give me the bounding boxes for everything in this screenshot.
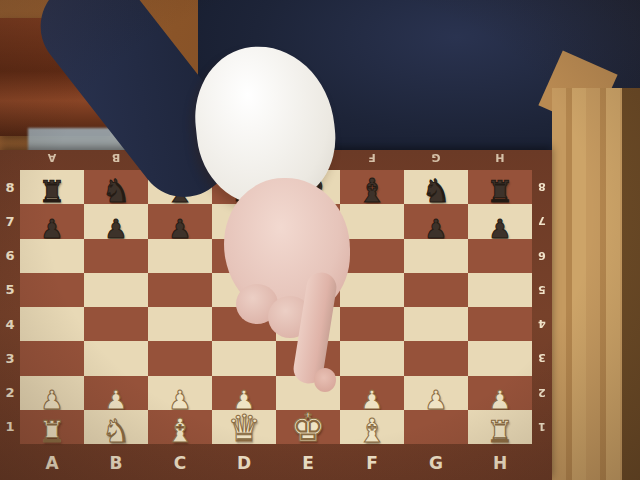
square-a1[interactable]: ♜	[20, 410, 84, 444]
square-a8[interactable]: ♜	[20, 170, 84, 204]
square-b7[interactable]: ♟	[84, 204, 148, 238]
piece-white-king-e1[interactable]: ♚	[276, 408, 340, 447]
square-a2[interactable]: ♟	[20, 376, 84, 410]
file-label-g: G	[404, 446, 468, 480]
rank-label-left-2: 2	[0, 376, 20, 410]
square-c1[interactable]: ♝	[148, 410, 212, 444]
file-label-c: C	[148, 446, 212, 480]
square-f2[interactable]: ♟	[340, 376, 404, 410]
square-f8[interactable]: ♝	[340, 170, 404, 204]
square-b1[interactable]: ♞	[84, 410, 148, 444]
square-f4[interactable]	[340, 307, 404, 341]
file-label-d: D	[212, 446, 276, 480]
square-d1[interactable]: ♛	[212, 410, 276, 444]
piece-white-bishop-c1[interactable]: ♝	[148, 414, 212, 447]
square-b8[interactable]: ♞	[84, 170, 148, 204]
file-labels-bottom: ABCDEFGH	[20, 446, 532, 480]
square-a5[interactable]	[20, 273, 84, 307]
square-h2[interactable]: ♟	[468, 376, 532, 410]
right-wood-plank-edge	[622, 88, 640, 480]
square-f7[interactable]	[340, 204, 404, 238]
square-a6[interactable]	[20, 239, 84, 273]
file-label-top-f: F	[340, 148, 404, 168]
square-f5[interactable]	[340, 273, 404, 307]
file-label-f: F	[340, 446, 404, 480]
square-g6[interactable]	[404, 239, 468, 273]
piece-white-queen-d1[interactable]: ♛	[212, 410, 276, 447]
piece-white-rook-a1[interactable]: ♜	[20, 417, 84, 447]
square-g5[interactable]	[404, 273, 468, 307]
rank-label-right-6: 6	[532, 239, 552, 273]
square-g8[interactable]: ♞	[404, 170, 468, 204]
file-label-a: A	[20, 446, 84, 480]
square-h1[interactable]: ♜	[468, 410, 532, 444]
rank-label-right-2: 2	[532, 376, 552, 410]
file-label-top-a: A	[20, 148, 84, 168]
square-h3[interactable]	[468, 341, 532, 375]
square-g1[interactable]	[404, 410, 468, 444]
square-c6[interactable]	[148, 239, 212, 273]
rank-labels-left: 87654321	[0, 170, 20, 444]
rank-label-left-1: 1	[0, 410, 20, 444]
piece-white-bishop-f1[interactable]: ♝	[340, 414, 404, 447]
rank-label-left-4: 4	[0, 307, 20, 341]
rank-label-right-8: 8	[532, 170, 552, 204]
rank-label-right-3: 3	[532, 341, 552, 375]
square-g4[interactable]	[404, 307, 468, 341]
square-g2[interactable]: ♟	[404, 376, 468, 410]
piece-black-knight-b8[interactable]: ♞	[84, 175, 148, 207]
piece-black-knight-g8[interactable]: ♞	[404, 175, 468, 207]
file-label-top-g: G	[404, 148, 468, 168]
square-a7[interactable]: ♟	[20, 204, 84, 238]
rank-labels-right: 87654321	[532, 170, 552, 444]
square-d2[interactable]: ♟	[212, 376, 276, 410]
piece-black-bishop-f8[interactable]: ♝	[340, 174, 404, 207]
square-b6[interactable]	[84, 239, 148, 273]
square-c7[interactable]: ♟	[148, 204, 212, 238]
square-b4[interactable]	[84, 307, 148, 341]
file-label-e: E	[276, 446, 340, 480]
square-b5[interactable]	[84, 273, 148, 307]
file-label-b: B	[84, 446, 148, 480]
square-a3[interactable]	[20, 341, 84, 375]
rank-label-left-8: 8	[0, 170, 20, 204]
piece-white-knight-b1[interactable]: ♞	[84, 415, 148, 447]
rank-label-right-7: 7	[532, 204, 552, 238]
square-g3[interactable]	[404, 341, 468, 375]
square-f3[interactable]	[340, 341, 404, 375]
piece-black-rook-a8[interactable]: ♜	[20, 177, 84, 207]
square-b2[interactable]: ♟	[84, 376, 148, 410]
rank-label-right-1: 1	[532, 410, 552, 444]
rank-label-left-6: 6	[0, 239, 20, 273]
square-h5[interactable]	[468, 273, 532, 307]
square-b3[interactable]	[84, 341, 148, 375]
rank-label-left-5: 5	[0, 273, 20, 307]
rank-label-left-3: 3	[0, 341, 20, 375]
square-c4[interactable]	[148, 307, 212, 341]
rank-label-right-4: 4	[532, 307, 552, 341]
square-h8[interactable]: ♜	[468, 170, 532, 204]
file-label-top-h: H	[468, 148, 532, 168]
square-h6[interactable]	[468, 239, 532, 273]
square-d3[interactable]	[212, 341, 276, 375]
webcam-chess-scene: { "game": { "name": "chess", "view": "wh…	[0, 0, 640, 480]
square-f1[interactable]: ♝	[340, 410, 404, 444]
index-finger-tip	[314, 368, 336, 392]
square-a4[interactable]	[20, 307, 84, 341]
rank-label-right-5: 5	[532, 273, 552, 307]
square-h4[interactable]	[468, 307, 532, 341]
piece-white-rook-h1[interactable]: ♜	[468, 417, 532, 447]
square-e1[interactable]: ♚	[276, 410, 340, 444]
square-c5[interactable]	[148, 273, 212, 307]
file-label-h: H	[468, 446, 532, 480]
square-c2[interactable]: ♟	[148, 376, 212, 410]
piece-black-rook-h8[interactable]: ♜	[468, 177, 532, 207]
rank-label-left-7: 7	[0, 204, 20, 238]
square-g7[interactable]: ♟	[404, 204, 468, 238]
square-h7[interactable]: ♟	[468, 204, 532, 238]
square-c3[interactable]	[148, 341, 212, 375]
